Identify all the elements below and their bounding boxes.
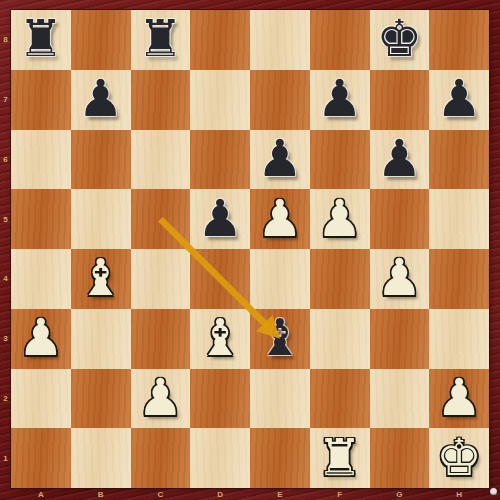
square-b7[interactable]: ♟ bbox=[71, 70, 131, 130]
piece-black-rook[interactable]: ♜ bbox=[138, 13, 184, 64]
square-f8[interactable] bbox=[310, 10, 370, 70]
square-g2[interactable] bbox=[370, 369, 430, 429]
rank-label-1: 1 bbox=[0, 428, 11, 488]
square-h3[interactable] bbox=[429, 309, 489, 369]
square-h1[interactable]: ♚ bbox=[429, 428, 489, 488]
piece-white-pawn[interactable]: ♟ bbox=[317, 193, 363, 244]
file-label-B: B bbox=[71, 488, 131, 500]
square-e4[interactable] bbox=[250, 249, 310, 309]
square-f5[interactable]: ♟ bbox=[310, 189, 370, 249]
rank-label-7: 7 bbox=[0, 70, 11, 130]
square-c8[interactable]: ♜ bbox=[131, 10, 191, 70]
piece-black-pawn[interactable]: ♟ bbox=[78, 73, 124, 124]
square-a6[interactable] bbox=[11, 130, 71, 190]
square-e1[interactable] bbox=[250, 428, 310, 488]
square-h8[interactable] bbox=[429, 10, 489, 70]
rank-labels: 87654321 bbox=[0, 10, 11, 488]
piece-white-pawn[interactable]: ♟ bbox=[18, 312, 64, 363]
square-c1[interactable] bbox=[131, 428, 191, 488]
chess-board[interactable]: ♜♜♚♟♟♟♟♟♟♟♟♝♟♟♝♝♟♟♜♚ bbox=[11, 10, 489, 488]
piece-black-bishop[interactable]: ♝ bbox=[257, 312, 303, 363]
file-label-A: A bbox=[11, 488, 71, 500]
board-frame: 87654321 ABCDEFGH ♜♜♚♟♟♟♟♟♟♟♟♝♟♟♝♝♟♟♜♚ bbox=[0, 0, 500, 500]
rank-label-5: 5 bbox=[0, 189, 11, 249]
square-d8[interactable] bbox=[190, 10, 250, 70]
piece-black-pawn[interactable]: ♟ bbox=[377, 133, 423, 184]
square-d1[interactable] bbox=[190, 428, 250, 488]
square-d6[interactable] bbox=[190, 130, 250, 190]
square-d4[interactable] bbox=[190, 249, 250, 309]
square-f4[interactable] bbox=[310, 249, 370, 309]
square-e5[interactable]: ♟ bbox=[250, 189, 310, 249]
square-a4[interactable] bbox=[11, 249, 71, 309]
piece-white-bishop[interactable]: ♝ bbox=[197, 312, 243, 363]
piece-white-pawn[interactable]: ♟ bbox=[377, 252, 423, 303]
square-b3[interactable] bbox=[71, 309, 131, 369]
square-b1[interactable] bbox=[71, 428, 131, 488]
square-d5[interactable]: ♟ bbox=[190, 189, 250, 249]
piece-white-rook[interactable]: ♜ bbox=[317, 432, 363, 483]
square-h6[interactable] bbox=[429, 130, 489, 190]
square-e8[interactable] bbox=[250, 10, 310, 70]
square-b4[interactable]: ♝ bbox=[71, 249, 131, 309]
square-f7[interactable]: ♟ bbox=[310, 70, 370, 130]
square-b6[interactable] bbox=[71, 130, 131, 190]
rank-label-2: 2 bbox=[0, 369, 11, 429]
square-f6[interactable] bbox=[310, 130, 370, 190]
white-to-move-indicator bbox=[490, 488, 497, 495]
rank-label-3: 3 bbox=[0, 309, 11, 369]
square-g7[interactable] bbox=[370, 70, 430, 130]
square-g4[interactable]: ♟ bbox=[370, 249, 430, 309]
square-a8[interactable]: ♜ bbox=[11, 10, 71, 70]
square-c5[interactable] bbox=[131, 189, 191, 249]
square-a2[interactable] bbox=[11, 369, 71, 429]
file-label-F: F bbox=[310, 488, 370, 500]
square-f3[interactable] bbox=[310, 309, 370, 369]
square-h4[interactable] bbox=[429, 249, 489, 309]
square-h7[interactable]: ♟ bbox=[429, 70, 489, 130]
square-c7[interactable] bbox=[131, 70, 191, 130]
square-f1[interactable]: ♜ bbox=[310, 428, 370, 488]
file-label-D: D bbox=[190, 488, 250, 500]
piece-black-pawn[interactable]: ♟ bbox=[197, 193, 243, 244]
rank-label-8: 8 bbox=[0, 10, 11, 70]
square-a1[interactable] bbox=[11, 428, 71, 488]
square-b5[interactable] bbox=[71, 189, 131, 249]
square-g5[interactable] bbox=[370, 189, 430, 249]
piece-white-king[interactable]: ♚ bbox=[436, 432, 482, 483]
piece-black-pawn[interactable]: ♟ bbox=[257, 133, 303, 184]
piece-black-pawn[interactable]: ♟ bbox=[436, 73, 482, 124]
square-c6[interactable] bbox=[131, 130, 191, 190]
square-g3[interactable] bbox=[370, 309, 430, 369]
piece-white-bishop[interactable]: ♝ bbox=[78, 252, 124, 303]
rank-label-4: 4 bbox=[0, 249, 11, 309]
square-h5[interactable] bbox=[429, 189, 489, 249]
rank-label-6: 6 bbox=[0, 130, 11, 190]
file-label-C: C bbox=[131, 488, 191, 500]
file-label-H: H bbox=[429, 488, 489, 500]
square-h2[interactable]: ♟ bbox=[429, 369, 489, 429]
square-f2[interactable] bbox=[310, 369, 370, 429]
square-d3[interactable]: ♝ bbox=[190, 309, 250, 369]
square-c3[interactable] bbox=[131, 309, 191, 369]
square-e7[interactable] bbox=[250, 70, 310, 130]
square-b2[interactable] bbox=[71, 369, 131, 429]
square-a7[interactable] bbox=[11, 70, 71, 130]
file-labels: ABCDEFGH bbox=[11, 488, 489, 500]
square-e3[interactable]: ♝ bbox=[250, 309, 310, 369]
piece-black-pawn[interactable]: ♟ bbox=[317, 73, 363, 124]
square-d7[interactable] bbox=[190, 70, 250, 130]
square-c4[interactable] bbox=[131, 249, 191, 309]
square-a5[interactable] bbox=[11, 189, 71, 249]
file-label-G: G bbox=[370, 488, 430, 500]
square-g1[interactable] bbox=[370, 428, 430, 488]
piece-white-pawn[interactable]: ♟ bbox=[257, 193, 303, 244]
square-g8[interactable]: ♚ bbox=[370, 10, 430, 70]
piece-black-king[interactable]: ♚ bbox=[377, 13, 423, 64]
piece-white-pawn[interactable]: ♟ bbox=[138, 372, 184, 423]
file-label-E: E bbox=[250, 488, 310, 500]
square-c2[interactable]: ♟ bbox=[131, 369, 191, 429]
square-d2[interactable] bbox=[190, 369, 250, 429]
piece-white-pawn[interactable]: ♟ bbox=[436, 372, 482, 423]
piece-black-rook[interactable]: ♜ bbox=[18, 13, 64, 64]
square-g6[interactable]: ♟ bbox=[370, 130, 430, 190]
square-a3[interactable]: ♟ bbox=[11, 309, 71, 369]
square-e6[interactable]: ♟ bbox=[250, 130, 310, 190]
square-e2[interactable] bbox=[250, 369, 310, 429]
square-b8[interactable] bbox=[71, 10, 131, 70]
